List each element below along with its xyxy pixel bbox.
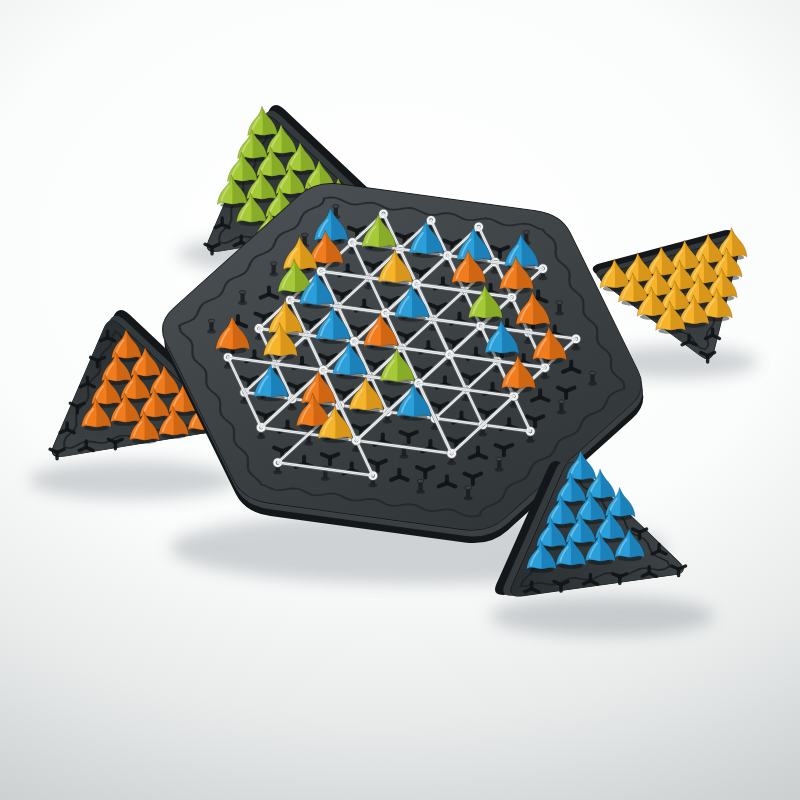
triggle-photo-svg	[0, 0, 800, 800]
scene	[0, 0, 800, 800]
